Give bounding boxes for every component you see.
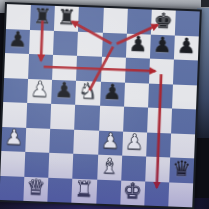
square-d8 <box>78 7 103 32</box>
square-f2 <box>121 156 146 181</box>
square-f3: ♟ <box>122 131 147 156</box>
white-pawn-b5: ♟ <box>30 79 50 101</box>
square-d5: ♞ <box>75 80 100 105</box>
square-b4 <box>26 103 51 128</box>
square-e5: ♟ <box>100 81 125 106</box>
white-pawn-e3: ♟ <box>100 131 120 153</box>
white-king-f1: ♚ <box>123 181 143 203</box>
square-a1 <box>0 175 24 200</box>
black-pawn-a7: ♟ <box>8 29 28 51</box>
square-b6 <box>28 54 53 79</box>
square-e4 <box>99 106 124 131</box>
square-g5 <box>148 83 173 108</box>
black-queen-h2: ♛ <box>172 158 192 180</box>
square-f7: ♟ <box>126 33 151 58</box>
white-knight-d5: ♞ <box>78 81 98 103</box>
square-h3 <box>170 133 195 158</box>
chess-board: ♜♜♚♟♟♟♟♟♟♞♟♟♟♟♝♛♛♜♚ <box>0 2 202 209</box>
square-e7 <box>101 32 126 57</box>
square-g6 <box>149 59 174 84</box>
square-f5 <box>124 82 149 107</box>
square-a5 <box>3 78 28 103</box>
square-c6 <box>52 55 77 80</box>
black-pawn-g7: ♟ <box>152 35 172 57</box>
square-g8: ♚ <box>151 10 176 35</box>
square-c1 <box>48 177 73 202</box>
square-c2 <box>49 153 74 178</box>
square-h7: ♟ <box>174 35 199 60</box>
square-b3 <box>25 127 50 152</box>
square-g3 <box>146 132 171 157</box>
square-h5 <box>172 84 197 109</box>
square-d7 <box>77 31 102 56</box>
square-b1: ♛ <box>24 176 49 201</box>
square-a2 <box>0 151 25 176</box>
square-h4 <box>171 108 196 133</box>
square-c4 <box>50 104 75 129</box>
square-e3: ♟ <box>98 130 123 155</box>
black-pawn-e5: ♟ <box>102 82 122 104</box>
square-g7: ♟ <box>150 34 175 59</box>
square-e6 <box>101 57 126 82</box>
square-h1 <box>168 182 193 207</box>
square-d1: ♜ <box>72 178 97 203</box>
square-b2 <box>24 152 49 177</box>
square-d2 <box>73 154 98 179</box>
square-g1 <box>144 181 169 206</box>
screen-corner-notch <box>201 0 209 7</box>
square-a6 <box>4 53 29 78</box>
square-f8 <box>127 9 152 34</box>
square-f1: ♚ <box>120 180 145 205</box>
board-grid: ♜♜♚♟♟♟♟♟♟♞♟♟♟♟♝♛♛♜♚ <box>0 4 200 207</box>
square-b5: ♟ <box>27 78 52 103</box>
square-c7 <box>53 30 78 55</box>
square-a4 <box>2 102 27 127</box>
black-rook-b8: ♜ <box>33 6 53 28</box>
black-pawn-c5: ♟ <box>54 80 74 102</box>
white-bishop-e2: ♝ <box>100 156 120 178</box>
square-h2: ♛ <box>169 157 194 182</box>
square-c3 <box>49 128 74 153</box>
square-b7 <box>29 29 54 54</box>
white-pawn-f3: ♟ <box>125 132 145 154</box>
square-e2: ♝ <box>97 155 122 180</box>
white-pawn-a3: ♟ <box>4 127 24 149</box>
black-pawn-h7: ♟ <box>177 36 197 58</box>
square-d3 <box>74 129 99 154</box>
square-b8: ♜ <box>30 5 55 30</box>
square-c8: ♜ <box>54 6 79 31</box>
square-f4 <box>123 107 148 132</box>
square-e8 <box>102 8 127 33</box>
white-queen-b1: ♛ <box>26 177 46 199</box>
white-rook-d1: ♜ <box>74 179 94 201</box>
square-g2 <box>145 157 170 182</box>
square-c5: ♟ <box>51 79 76 104</box>
square-f6 <box>125 58 150 83</box>
black-king-g8: ♚ <box>153 10 173 32</box>
square-d4 <box>75 105 100 130</box>
square-h8 <box>175 11 200 36</box>
black-rook-c8: ♜ <box>57 7 77 29</box>
square-h6 <box>173 60 198 85</box>
square-a8 <box>6 4 31 29</box>
square-d6 <box>76 56 101 81</box>
black-pawn-f7: ♟ <box>128 34 148 56</box>
square-e1 <box>96 179 121 204</box>
square-a7: ♟ <box>5 29 30 54</box>
square-a3: ♟ <box>1 126 26 151</box>
square-g4 <box>147 108 172 133</box>
